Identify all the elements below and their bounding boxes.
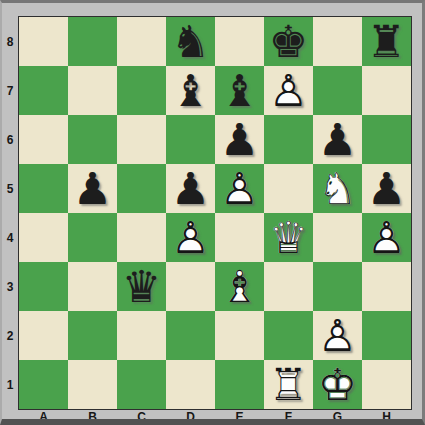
file-label-a: A bbox=[19, 412, 68, 423]
file-label-h: H bbox=[362, 412, 411, 423]
file-label-f: F bbox=[264, 412, 313, 423]
square-e7[interactable]: ♝ bbox=[215, 66, 264, 115]
black-bishop-icon: ♝ bbox=[166, 66, 215, 115]
square-f3[interactable] bbox=[264, 262, 313, 311]
piece-black-pawn-b5: ♟ bbox=[68, 164, 117, 213]
square-f2[interactable] bbox=[264, 311, 313, 360]
square-e2[interactable] bbox=[215, 311, 264, 360]
rank-label-5: 5 bbox=[2, 164, 18, 213]
square-e6[interactable]: ♟ bbox=[215, 115, 264, 164]
black-bishop-icon: ♝ bbox=[215, 66, 264, 115]
square-c8[interactable] bbox=[117, 17, 166, 66]
white-knight-icon: ♘ bbox=[313, 164, 362, 213]
square-f4[interactable]: ♛♕ bbox=[264, 213, 313, 262]
square-f8[interactable]: ♚ bbox=[264, 17, 313, 66]
square-d7[interactable]: ♝ bbox=[166, 66, 215, 115]
square-d6[interactable] bbox=[166, 115, 215, 164]
rank-label-2: 2 bbox=[2, 311, 18, 360]
square-d2[interactable] bbox=[166, 311, 215, 360]
square-d8[interactable]: ♞ bbox=[166, 17, 215, 66]
piece-black-bishop-d7: ♝ bbox=[166, 66, 215, 115]
square-a4[interactable] bbox=[19, 213, 68, 262]
square-g4[interactable] bbox=[313, 213, 362, 262]
square-c3[interactable]: ♛ bbox=[117, 262, 166, 311]
square-g6[interactable]: ♟ bbox=[313, 115, 362, 164]
square-f5[interactable] bbox=[264, 164, 313, 213]
square-b7[interactable] bbox=[68, 66, 117, 115]
piece-white-king-g1: ♚♔ bbox=[313, 360, 362, 409]
square-f6[interactable] bbox=[264, 115, 313, 164]
square-a5[interactable] bbox=[19, 164, 68, 213]
square-c5[interactable] bbox=[117, 164, 166, 213]
square-b8[interactable] bbox=[68, 17, 117, 66]
file-label-b: B bbox=[68, 412, 117, 423]
square-g3[interactable] bbox=[313, 262, 362, 311]
square-d1[interactable] bbox=[166, 360, 215, 409]
square-b3[interactable] bbox=[68, 262, 117, 311]
square-h2[interactable] bbox=[362, 311, 411, 360]
piece-white-queen-f4: ♛♕ bbox=[264, 213, 313, 262]
piece-white-pawn-e5: ♟♙ bbox=[215, 164, 264, 213]
black-pawn-icon: ♟ bbox=[313, 115, 362, 164]
square-g1[interactable]: ♚♔ bbox=[313, 360, 362, 409]
square-h3[interactable] bbox=[362, 262, 411, 311]
square-d3[interactable] bbox=[166, 262, 215, 311]
black-pawn-icon: ♟ bbox=[166, 164, 215, 213]
square-c1[interactable] bbox=[117, 360, 166, 409]
square-h7[interactable] bbox=[362, 66, 411, 115]
piece-white-rook-f1: ♜♖ bbox=[264, 360, 313, 409]
square-h6[interactable] bbox=[362, 115, 411, 164]
white-king-icon: ♔ bbox=[313, 360, 362, 409]
square-e1[interactable] bbox=[215, 360, 264, 409]
white-pawn-icon: ♙ bbox=[313, 311, 362, 360]
square-h4[interactable]: ♟♙ bbox=[362, 213, 411, 262]
square-f1[interactable]: ♜♖ bbox=[264, 360, 313, 409]
white-pawn-icon: ♙ bbox=[362, 213, 411, 262]
black-pawn-icon: ♟ bbox=[215, 115, 264, 164]
piece-black-queen-c3: ♛ bbox=[117, 262, 166, 311]
square-a8[interactable] bbox=[19, 17, 68, 66]
rank-label-4: 4 bbox=[2, 213, 18, 262]
square-f7[interactable]: ♟♙ bbox=[264, 66, 313, 115]
square-a7[interactable] bbox=[19, 66, 68, 115]
piece-black-pawn-g6: ♟ bbox=[313, 115, 362, 164]
piece-black-pawn-h5: ♟ bbox=[362, 164, 411, 213]
square-c4[interactable] bbox=[117, 213, 166, 262]
rank-label-6: 6 bbox=[2, 115, 18, 164]
square-e3[interactable]: ♝♗ bbox=[215, 262, 264, 311]
black-queen-icon: ♛ bbox=[117, 262, 166, 311]
square-e8[interactable] bbox=[215, 17, 264, 66]
square-a1[interactable] bbox=[19, 360, 68, 409]
file-label-d: D bbox=[166, 412, 215, 423]
square-a6[interactable] bbox=[19, 115, 68, 164]
square-b2[interactable] bbox=[68, 311, 117, 360]
piece-white-pawn-g2: ♟♙ bbox=[313, 311, 362, 360]
square-a2[interactable] bbox=[19, 311, 68, 360]
piece-black-king-f8: ♚ bbox=[264, 17, 313, 66]
white-pawn-icon: ♙ bbox=[264, 66, 313, 115]
square-a3[interactable] bbox=[19, 262, 68, 311]
square-b1[interactable] bbox=[68, 360, 117, 409]
square-c7[interactable] bbox=[117, 66, 166, 115]
black-king-icon: ♚ bbox=[264, 17, 313, 66]
rank-label-8: 8 bbox=[2, 17, 18, 66]
file-label-g: G bbox=[313, 412, 362, 423]
square-b5[interactable]: ♟ bbox=[68, 164, 117, 213]
square-g7[interactable] bbox=[313, 66, 362, 115]
rank-label-3: 3 bbox=[2, 262, 18, 311]
square-h5[interactable]: ♟ bbox=[362, 164, 411, 213]
piece-white-bishop-e3: ♝♗ bbox=[215, 262, 264, 311]
piece-black-pawn-d5: ♟ bbox=[166, 164, 215, 213]
square-d4[interactable]: ♟♙ bbox=[166, 213, 215, 262]
rank-label-7: 7 bbox=[2, 66, 18, 115]
square-g2[interactable]: ♟♙ bbox=[313, 311, 362, 360]
black-knight-icon: ♞ bbox=[166, 17, 215, 66]
white-pawn-icon: ♙ bbox=[166, 213, 215, 262]
piece-black-rook-h8: ♜ bbox=[362, 17, 411, 66]
chessboard: ♞♚♜♝♝♟♙♟♟♟♟♟♙♞♘♟♟♙♛♕♟♙♛♝♗♟♙♜♖♚♔ bbox=[18, 16, 412, 410]
square-c2[interactable] bbox=[117, 311, 166, 360]
rank-labels: 87654321 bbox=[2, 17, 18, 409]
square-g8[interactable] bbox=[313, 17, 362, 66]
black-pawn-icon: ♟ bbox=[362, 164, 411, 213]
square-b4[interactable] bbox=[68, 213, 117, 262]
rank-label-1: 1 bbox=[2, 360, 18, 409]
file-label-e: E bbox=[215, 412, 264, 423]
black-pawn-icon: ♟ bbox=[68, 164, 117, 213]
square-c6[interactable] bbox=[117, 115, 166, 164]
piece-white-pawn-h4: ♟♙ bbox=[362, 213, 411, 262]
white-rook-icon: ♖ bbox=[264, 360, 313, 409]
white-queen-icon: ♕ bbox=[264, 213, 313, 262]
file-labels: ABCDEFGH bbox=[19, 412, 411, 423]
square-h8[interactable]: ♜ bbox=[362, 17, 411, 66]
square-e4[interactable] bbox=[215, 213, 264, 262]
square-h1[interactable] bbox=[362, 360, 411, 409]
piece-white-pawn-d4: ♟♙ bbox=[166, 213, 215, 262]
black-rook-icon: ♜ bbox=[362, 17, 411, 66]
white-bishop-icon: ♗ bbox=[215, 262, 264, 311]
chessboard-frame: 87654321 ABCDEFGH ♞♚♜♝♝♟♙♟♟♟♟♟♙♞♘♟♟♙♛♕♟♙… bbox=[0, 0, 425, 425]
piece-white-knight-g5: ♞♘ bbox=[313, 164, 362, 213]
piece-white-pawn-f7: ♟♙ bbox=[264, 66, 313, 115]
piece-black-knight-d8: ♞ bbox=[166, 17, 215, 66]
square-e5[interactable]: ♟♙ bbox=[215, 164, 264, 213]
piece-black-bishop-e7: ♝ bbox=[215, 66, 264, 115]
square-d5[interactable]: ♟ bbox=[166, 164, 215, 213]
square-b6[interactable] bbox=[68, 115, 117, 164]
square-g5[interactable]: ♞♘ bbox=[313, 164, 362, 213]
file-label-c: C bbox=[117, 412, 166, 423]
white-pawn-icon: ♙ bbox=[215, 164, 264, 213]
piece-black-pawn-e6: ♟ bbox=[215, 115, 264, 164]
